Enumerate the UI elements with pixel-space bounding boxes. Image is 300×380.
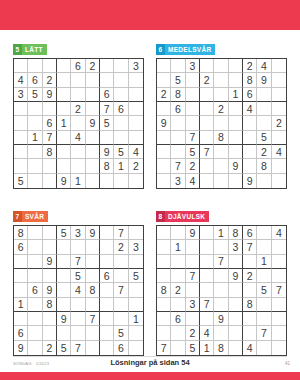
cell-r2c2 bbox=[28, 240, 42, 254]
cell-r1c1 bbox=[14, 59, 28, 73]
cell-r3c6 bbox=[86, 255, 100, 269]
cell-r6c2 bbox=[28, 298, 42, 312]
cell-r9c6 bbox=[229, 341, 243, 355]
cell-r6c8 bbox=[114, 298, 128, 312]
cell-r2c8 bbox=[114, 73, 128, 87]
cell-r9c5 bbox=[214, 174, 228, 188]
puzzle-5-latt: 5 LÄTT 623462359627661951748954812591 bbox=[13, 38, 144, 189]
cell-r4c1 bbox=[157, 102, 171, 116]
cell-r7c7 bbox=[100, 312, 114, 326]
cell-r1c7: 6 bbox=[243, 226, 257, 240]
cell-r1c3 bbox=[43, 59, 57, 73]
cell-r8c9: 2 bbox=[129, 159, 143, 173]
puzzle-label: DJÄVULSK bbox=[165, 211, 209, 222]
cell-r6c7 bbox=[100, 298, 114, 312]
cell-r3c5: 7 bbox=[214, 255, 228, 269]
cell-r6c7 bbox=[100, 131, 114, 145]
cell-r1c5: 1 bbox=[214, 226, 228, 240]
cell-r5c6 bbox=[229, 283, 243, 297]
cell-r9c9 bbox=[129, 341, 143, 355]
cell-r3c2: 5 bbox=[28, 88, 42, 102]
cell-r9c3: 5 bbox=[186, 341, 200, 355]
cell-r7c4 bbox=[200, 312, 214, 326]
cell-r2c5 bbox=[214, 73, 228, 87]
cell-r1c8: 4 bbox=[257, 59, 271, 73]
cell-r8c3 bbox=[43, 159, 57, 173]
cell-r9c6 bbox=[86, 341, 100, 355]
cell-r2c9 bbox=[272, 73, 286, 87]
cell-r3c9 bbox=[129, 255, 143, 269]
cell-r7c4: 9 bbox=[57, 312, 71, 326]
cell-r7c3: 8 bbox=[43, 145, 57, 159]
cell-r3c7: 6 bbox=[243, 88, 257, 102]
cell-r4c6 bbox=[229, 102, 243, 116]
cell-r8c1: 6 bbox=[14, 326, 28, 340]
cell-r8c7 bbox=[243, 159, 257, 173]
cell-r2c9 bbox=[129, 73, 143, 87]
cell-r2c1: 6 bbox=[14, 240, 28, 254]
puzzle-8-djavulsk: 8 DJÄVULSK 91864137717928257378692477518… bbox=[156, 205, 287, 356]
cell-r1c9 bbox=[272, 59, 286, 73]
cell-r9c2 bbox=[171, 341, 185, 355]
cell-r1c2 bbox=[171, 226, 185, 240]
puzzle-number: 7 bbox=[13, 211, 22, 222]
solutions-reference-text: Lösningar på sidan 54 bbox=[0, 358, 300, 367]
cell-r2c9: 3 bbox=[129, 240, 143, 254]
cell-r3c7 bbox=[100, 255, 114, 269]
cell-r6c9 bbox=[129, 131, 143, 145]
cell-r9c1: 9 bbox=[14, 341, 28, 355]
cell-r9c8 bbox=[114, 174, 128, 188]
cell-r7c7: 9 bbox=[100, 145, 114, 159]
cell-r2c7: 7 bbox=[243, 240, 257, 254]
cell-r8c1 bbox=[14, 159, 28, 173]
cell-r3c8: 1 bbox=[257, 255, 271, 269]
cell-r5c7: 5 bbox=[100, 116, 114, 130]
cell-r2c1: 4 bbox=[14, 73, 28, 87]
cell-r9c7 bbox=[100, 174, 114, 188]
puzzle-6-medelsvar: 6 MEDELSVÅR 3245289281662492785572472983… bbox=[156, 38, 287, 189]
cell-r1c2 bbox=[28, 226, 42, 240]
cell-r1c1 bbox=[157, 226, 171, 240]
cell-r5c3: 9 bbox=[43, 283, 57, 297]
cell-r1c1 bbox=[157, 59, 171, 73]
cell-r6c9 bbox=[129, 298, 143, 312]
cell-r7c3: 5 bbox=[186, 145, 200, 159]
cell-r2c7 bbox=[100, 73, 114, 87]
cell-r4c9 bbox=[129, 102, 143, 116]
cell-r6c5: 4 bbox=[71, 131, 85, 145]
cell-r1c8: 7 bbox=[114, 226, 128, 240]
cell-r9c2 bbox=[28, 174, 42, 188]
cell-r1c7 bbox=[100, 59, 114, 73]
cell-r5c8: 5 bbox=[257, 283, 271, 297]
cell-r2c7 bbox=[100, 240, 114, 254]
cell-r6c5: 8 bbox=[214, 131, 228, 145]
cell-r3c8 bbox=[257, 88, 271, 102]
cell-r4c3 bbox=[43, 269, 57, 283]
cell-r4c3: 7 bbox=[186, 269, 200, 283]
cell-r6c8 bbox=[114, 131, 128, 145]
cell-r3c9 bbox=[272, 88, 286, 102]
cell-r5c8 bbox=[114, 116, 128, 130]
footer-divider bbox=[13, 356, 287, 357]
cell-r5c4: 1 bbox=[57, 116, 71, 130]
cell-r2c6 bbox=[229, 73, 243, 87]
cell-r4c5: 5 bbox=[71, 269, 85, 283]
cell-r1c4 bbox=[57, 59, 71, 73]
cell-r7c8: 5 bbox=[114, 145, 128, 159]
cell-r2c8: 9 bbox=[257, 73, 271, 87]
cell-r6c5 bbox=[71, 298, 85, 312]
cell-r9c3: 2 bbox=[43, 341, 57, 355]
cell-r5c5 bbox=[214, 283, 228, 297]
cell-r4c2: 6 bbox=[171, 102, 185, 116]
cell-r3c2 bbox=[171, 255, 185, 269]
cell-r2c5 bbox=[71, 73, 85, 87]
cell-r5c3 bbox=[186, 283, 200, 297]
cell-r2c8 bbox=[257, 240, 271, 254]
cell-r9c5: 8 bbox=[214, 341, 228, 355]
cell-r4c4 bbox=[200, 269, 214, 283]
cell-r2c5 bbox=[71, 240, 85, 254]
cell-r9c6 bbox=[86, 174, 100, 188]
cell-r7c9: 1 bbox=[129, 312, 143, 326]
cell-r4c6: 9 bbox=[229, 269, 243, 283]
cell-r7c4 bbox=[57, 145, 71, 159]
cell-r8c3: 2 bbox=[186, 326, 200, 340]
cell-r6c6 bbox=[229, 131, 243, 145]
cell-r5c4 bbox=[57, 283, 71, 297]
cell-r1c4 bbox=[200, 59, 214, 73]
cell-r7c9: 4 bbox=[129, 145, 143, 159]
cell-r4c8: 6 bbox=[114, 102, 128, 116]
cell-r3c6: 1 bbox=[229, 88, 243, 102]
cell-r7c6: 7 bbox=[86, 312, 100, 326]
cell-r6c3: 7 bbox=[43, 131, 57, 145]
cell-r8c5 bbox=[71, 159, 85, 173]
cell-r4c4 bbox=[57, 269, 71, 283]
cell-r6c7: 8 bbox=[243, 298, 257, 312]
cell-r7c5 bbox=[71, 312, 85, 326]
cell-r1c7: 2 bbox=[243, 59, 257, 73]
cell-r1c8 bbox=[114, 59, 128, 73]
cell-r9c9 bbox=[272, 174, 286, 188]
cell-r9c1 bbox=[157, 174, 171, 188]
cell-r9c5: 7 bbox=[71, 341, 85, 355]
cell-r2c1 bbox=[157, 240, 171, 254]
cell-r3c2 bbox=[28, 255, 42, 269]
cell-r6c4 bbox=[57, 298, 71, 312]
cell-r1c2 bbox=[28, 59, 42, 73]
difficulty-badge-medelsvar: 6 MEDELSVÅR bbox=[156, 44, 215, 55]
cell-r1c5: 6 bbox=[71, 59, 85, 73]
cell-r4c2 bbox=[171, 269, 185, 283]
cell-r5c7 bbox=[100, 283, 114, 297]
cell-r8c4 bbox=[57, 159, 71, 173]
cell-r6c5 bbox=[214, 298, 228, 312]
cell-r6c2 bbox=[171, 298, 185, 312]
cell-r6c6 bbox=[86, 131, 100, 145]
cell-r5c6: 8 bbox=[86, 283, 100, 297]
cell-r3c1: 2 bbox=[157, 88, 171, 102]
cell-r8c9 bbox=[272, 326, 286, 340]
cell-r3c9 bbox=[272, 255, 286, 269]
cell-r4c3 bbox=[186, 102, 200, 116]
cell-r5c4 bbox=[200, 116, 214, 130]
cell-r2c2: 5 bbox=[171, 73, 185, 87]
cell-r4c7: 6 bbox=[100, 269, 114, 283]
cell-r8c2: 7 bbox=[171, 159, 185, 173]
cell-r5c9: 2 bbox=[272, 116, 286, 130]
cell-r6c9 bbox=[272, 298, 286, 312]
cell-r9c7 bbox=[100, 341, 114, 355]
cell-r9c2 bbox=[28, 341, 42, 355]
cell-r4c9: 5 bbox=[129, 269, 143, 283]
cell-r7c3 bbox=[43, 312, 57, 326]
header-red-bar bbox=[0, 0, 300, 30]
cell-r8c9 bbox=[129, 326, 143, 340]
cell-r5c7 bbox=[243, 283, 257, 297]
cell-r9c8 bbox=[257, 341, 271, 355]
cell-r7c7 bbox=[243, 312, 257, 326]
cell-r2c4 bbox=[200, 240, 214, 254]
cell-r3c7: 6 bbox=[100, 88, 114, 102]
cell-r2c4: 2 bbox=[200, 73, 214, 87]
cell-r8c1 bbox=[157, 159, 171, 173]
cell-r6c3: 3 bbox=[186, 298, 200, 312]
cell-r8c7 bbox=[100, 326, 114, 340]
cell-r1c4: 5 bbox=[57, 226, 71, 240]
cell-r7c6 bbox=[229, 312, 243, 326]
cell-r2c8: 2 bbox=[114, 240, 128, 254]
cell-r8c2 bbox=[28, 326, 42, 340]
cell-r3c8 bbox=[114, 88, 128, 102]
cell-r6c4: 7 bbox=[200, 298, 214, 312]
cell-r3c1: 3 bbox=[14, 88, 28, 102]
cell-r7c2: 6 bbox=[171, 312, 185, 326]
cell-r4c2 bbox=[28, 102, 42, 116]
cell-r5c1: 9 bbox=[157, 116, 171, 130]
cell-r5c9 bbox=[129, 116, 143, 130]
cell-r6c8: 5 bbox=[257, 131, 271, 145]
cell-r4c1 bbox=[157, 269, 171, 283]
cell-r9c7: 4 bbox=[243, 341, 257, 355]
cell-r2c3 bbox=[43, 240, 57, 254]
cell-r3c7 bbox=[243, 255, 257, 269]
cell-r2c3 bbox=[186, 73, 200, 87]
cell-r7c1 bbox=[157, 312, 171, 326]
cell-r9c6 bbox=[229, 174, 243, 188]
cell-r1c3: 9 bbox=[186, 226, 200, 240]
cell-r8c6: 9 bbox=[229, 159, 243, 173]
cell-r6c4 bbox=[57, 131, 71, 145]
cell-r4c9 bbox=[272, 269, 286, 283]
cell-r5c2: 2 bbox=[171, 283, 185, 297]
cell-r9c3 bbox=[43, 174, 57, 188]
cell-r2c2: 6 bbox=[28, 73, 42, 87]
cell-r9c4: 1 bbox=[200, 341, 214, 355]
cell-r5c5 bbox=[214, 116, 228, 130]
cell-r1c9: 4 bbox=[272, 226, 286, 240]
cell-r8c4 bbox=[200, 159, 214, 173]
cell-r7c8 bbox=[114, 312, 128, 326]
cell-r4c6 bbox=[86, 102, 100, 116]
cell-r5c8 bbox=[257, 116, 271, 130]
cell-r7c5 bbox=[71, 145, 85, 159]
cell-r8c6 bbox=[229, 326, 243, 340]
cell-r7c2 bbox=[28, 145, 42, 159]
cell-r9c1: 5 bbox=[14, 174, 28, 188]
cell-r5c4 bbox=[200, 283, 214, 297]
sudoku-grid-djavulsk: 918641377179282573786924775184 bbox=[156, 225, 287, 356]
cell-r9c8: 6 bbox=[114, 341, 128, 355]
cell-r4c2 bbox=[28, 269, 42, 283]
cell-r4c6 bbox=[86, 269, 100, 283]
difficulty-badge-latt: 5 LÄTT bbox=[13, 44, 47, 55]
cell-r2c6 bbox=[86, 240, 100, 254]
cell-r7c5: 9 bbox=[214, 312, 228, 326]
cell-r6c1 bbox=[157, 131, 171, 145]
cell-r3c2: 8 bbox=[171, 88, 185, 102]
cell-r6c3: 7 bbox=[186, 131, 200, 145]
cell-r3c3: 9 bbox=[43, 88, 57, 102]
cell-r7c1 bbox=[157, 145, 171, 159]
cell-r5c2 bbox=[28, 116, 42, 130]
cell-r3c8 bbox=[114, 255, 128, 269]
cell-r7c4: 7 bbox=[200, 145, 214, 159]
sudoku-grid-medelsvar: 324528928166249278557247298349 bbox=[156, 58, 287, 189]
cell-r8c1 bbox=[157, 326, 171, 340]
cell-r6c1 bbox=[14, 131, 28, 145]
cell-r6c8 bbox=[257, 298, 271, 312]
cell-r2c2: 1 bbox=[171, 240, 185, 254]
cell-r9c3: 4 bbox=[186, 174, 200, 188]
cell-r4c5: 2 bbox=[214, 102, 228, 116]
cell-r6c2: 1 bbox=[28, 131, 42, 145]
footer-red-bar bbox=[0, 372, 300, 380]
cell-r5c9 bbox=[129, 283, 143, 297]
cell-r5c5: 4 bbox=[71, 283, 85, 297]
cell-r3c5 bbox=[71, 88, 85, 102]
cell-r5c3: 6 bbox=[43, 116, 57, 130]
difficulty-badge-djavulsk: 8 DJÄVULSK bbox=[156, 211, 209, 222]
cell-r3c5 bbox=[214, 88, 228, 102]
cell-r1c9 bbox=[129, 226, 143, 240]
cell-r2c3 bbox=[186, 240, 200, 254]
puzzle-label: SVÅR bbox=[22, 211, 48, 222]
cell-r9c1: 7 bbox=[157, 341, 171, 355]
cell-r3c6 bbox=[86, 88, 100, 102]
cell-r2c3: 2 bbox=[43, 73, 57, 87]
cell-r1c6: 9 bbox=[86, 226, 100, 240]
cell-r8c7 bbox=[243, 326, 257, 340]
cell-r6c1 bbox=[157, 298, 171, 312]
cell-r3c4 bbox=[57, 88, 71, 102]
cell-r9c8 bbox=[257, 174, 271, 188]
cell-r8c8: 1 bbox=[114, 159, 128, 173]
cell-r5c1 bbox=[14, 116, 28, 130]
cell-r4c8 bbox=[114, 269, 128, 283]
cell-r6c2 bbox=[171, 131, 185, 145]
cell-r6c7 bbox=[243, 131, 257, 145]
cell-r2c6 bbox=[86, 73, 100, 87]
cell-r1c5: 3 bbox=[71, 226, 85, 240]
cell-r5c6 bbox=[229, 116, 243, 130]
cell-r7c5 bbox=[214, 145, 228, 159]
cell-r6c6 bbox=[86, 298, 100, 312]
cell-r1c4 bbox=[200, 226, 214, 240]
cell-r7c8 bbox=[257, 312, 271, 326]
magazine-sudoku-page: 5 LÄTT 623462359627661951748954812591 6 … bbox=[0, 0, 300, 380]
cell-r9c4: 5 bbox=[57, 341, 71, 355]
sudoku-grid-latt: 623462359627661951748954812591 bbox=[13, 58, 144, 189]
cell-r5c7 bbox=[243, 116, 257, 130]
cell-r1c6: 2 bbox=[86, 59, 100, 73]
puzzle-label: MEDELSVÅR bbox=[165, 44, 216, 55]
cell-r9c2: 3 bbox=[171, 174, 185, 188]
cell-r3c6 bbox=[229, 255, 243, 269]
cell-r8c8: 5 bbox=[114, 326, 128, 340]
cell-r5c6: 9 bbox=[86, 116, 100, 130]
cell-r8c6 bbox=[86, 326, 100, 340]
cell-r3c4 bbox=[200, 88, 214, 102]
cell-r2c4 bbox=[57, 240, 71, 254]
cell-r9c7: 9 bbox=[243, 174, 257, 188]
cell-r7c6 bbox=[229, 145, 243, 159]
cell-r7c1 bbox=[14, 312, 28, 326]
cell-r8c4: 4 bbox=[200, 326, 214, 340]
cell-r7c3 bbox=[186, 312, 200, 326]
cell-r8c3: 2 bbox=[186, 159, 200, 173]
cell-r8c7: 8 bbox=[100, 159, 114, 173]
cell-r9c9 bbox=[129, 174, 143, 188]
cell-r5c2: 6 bbox=[28, 283, 42, 297]
cell-r8c2 bbox=[171, 326, 185, 340]
puzzle-7-svar: 7 SVÅR 853976239756569487189716592576 bbox=[13, 205, 144, 356]
cell-r8c6 bbox=[86, 159, 100, 173]
cell-r7c9 bbox=[272, 312, 286, 326]
cell-r5c5 bbox=[71, 116, 85, 130]
cell-r4c8 bbox=[257, 269, 271, 283]
cell-r1c6 bbox=[229, 59, 243, 73]
cell-r4c9 bbox=[272, 102, 286, 116]
cell-r4c3 bbox=[43, 102, 57, 116]
cell-r2c9 bbox=[272, 240, 286, 254]
cell-r5c1: 8 bbox=[157, 283, 171, 297]
cell-r6c3: 8 bbox=[43, 298, 57, 312]
cell-r3c4 bbox=[200, 255, 214, 269]
cell-r1c5 bbox=[214, 59, 228, 73]
cell-r1c3: 3 bbox=[186, 59, 200, 73]
cell-r8c3 bbox=[43, 326, 57, 340]
cell-r7c2 bbox=[28, 312, 42, 326]
cell-r8c8: 7 bbox=[257, 326, 271, 340]
cell-r1c1: 8 bbox=[14, 226, 28, 240]
cell-r1c6: 8 bbox=[229, 226, 243, 240]
cell-r7c8: 2 bbox=[257, 145, 271, 159]
cell-r5c8: 7 bbox=[114, 283, 128, 297]
cell-r9c4 bbox=[200, 174, 214, 188]
cell-r4c8 bbox=[257, 102, 271, 116]
cell-r8c5 bbox=[71, 326, 85, 340]
cell-r7c7 bbox=[243, 145, 257, 159]
page-number: 41 bbox=[285, 361, 290, 366]
puzzle-number: 8 bbox=[156, 211, 165, 222]
cell-r2c6: 3 bbox=[229, 240, 243, 254]
cell-r8c8: 8 bbox=[257, 159, 271, 173]
cell-r4c5 bbox=[214, 269, 228, 283]
